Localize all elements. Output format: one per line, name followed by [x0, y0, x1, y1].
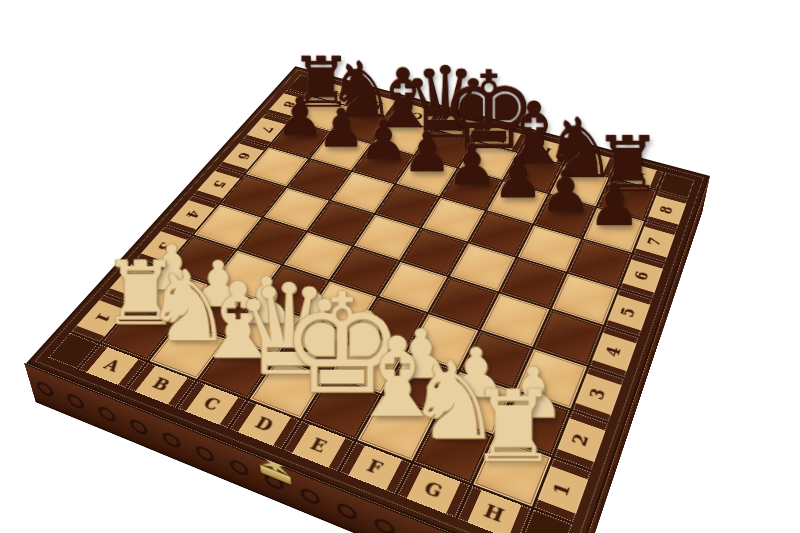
black-pawn-glyph: ♟: [588, 175, 640, 233]
file-label-front-H-text: H: [481, 501, 507, 525]
rank-label-right-4-text: 4: [604, 344, 625, 359]
black-pawn-glyph: ♟: [492, 149, 543, 205]
file-label-front-E-text: E: [308, 435, 331, 455]
rank-label-left-7-text: 7: [258, 124, 275, 134]
rank-label-right-8-text: 8: [658, 204, 676, 215]
file-label-front-C-text: C: [200, 394, 223, 413]
file-label-front-D-text: D: [252, 414, 277, 434]
rank-label-left-6: 6: [219, 139, 267, 173]
black-pawn-glyph: ♟: [276, 90, 323, 143]
black-pawn-glyph: ♟: [359, 113, 407, 167]
square-g7[interactable]: ♟: [535, 194, 595, 237]
rank-label-left-6-text: 6: [234, 151, 252, 161]
file-label-front-G-text: G: [422, 478, 446, 500]
rank-label-right-7-text: 7: [646, 235, 664, 247]
rank-label-right-3-text: 3: [588, 385, 610, 401]
rank-label-left-4-text: 4: [183, 208, 202, 219]
rank-label-right-2-text: 2: [570, 430, 592, 448]
black-pawn-glyph: ♟: [402, 125, 451, 180]
white-rook-glyph: ♜: [468, 377, 556, 476]
rank-label-right-6-text: 6: [633, 269, 652, 282]
file-label-front-F-text: F: [364, 457, 386, 478]
file-label-front-A-text: A: [101, 356, 124, 374]
black-pawn-glyph: ♟: [317, 101, 365, 154]
chess-set-photo: ABCDEFGH8♜♞♝♛♚♝♞♜87♟♟♟♟♟♟♟♟7665544332♟♟♟…: [0, 0, 800, 533]
rank-label-right-1-text: 1: [551, 479, 574, 498]
black-pawn-glyph: ♟: [540, 162, 591, 219]
rank-label-left-4: 4: [166, 195, 218, 233]
rank-label-right-5-text: 5: [619, 305, 639, 319]
rank-label-right-6: 6: [620, 254, 665, 297]
file-label-front-B-text: B: [149, 375, 173, 394]
black-pawn-glyph: ♟: [447, 137, 497, 193]
rank-label-left-5-text: 5: [209, 179, 228, 190]
